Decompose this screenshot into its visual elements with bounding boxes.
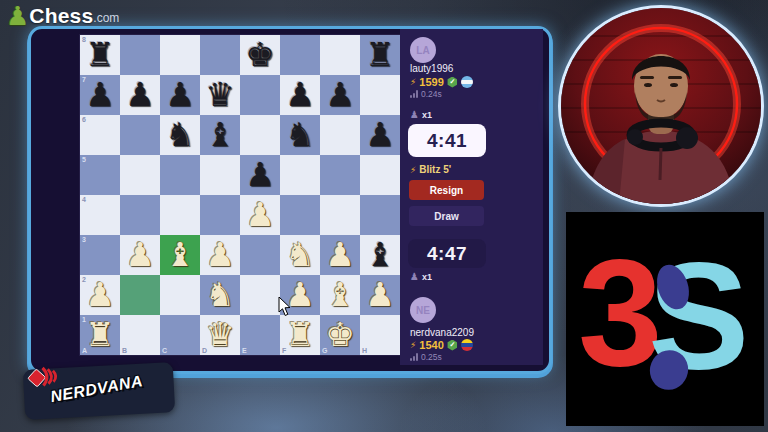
rating-top-player: 1599 — [419, 76, 443, 88]
square-b3[interactable]: ♟ — [120, 235, 160, 275]
avatar-bottom-player[interactable]: NE — [410, 297, 436, 323]
square-e6[interactable] — [240, 115, 280, 155]
square-g1[interactable]: G♚ — [320, 315, 360, 355]
square-h7[interactable] — [360, 75, 400, 115]
piece-white-knight[interactable]: ♞ — [280, 235, 320, 275]
square-g8[interactable] — [320, 35, 360, 75]
piece-black-rook[interactable]: ♜ — [360, 35, 400, 75]
square-h1[interactable]: H — [360, 315, 400, 355]
square-c5[interactable] — [160, 155, 200, 195]
square-d5[interactable] — [200, 155, 240, 195]
square-d6[interactable]: ♝ — [200, 115, 240, 155]
square-f5[interactable] — [280, 155, 320, 195]
square-b6[interactable] — [120, 115, 160, 155]
file-label: C — [162, 347, 167, 354]
square-d7[interactable]: ♛ — [200, 75, 240, 115]
game-panel: 8♜♚♜7♟♟♟♛♟♟6♞♝♞♟5♟4♟3♟♝♟♞♟♝2♟♞♟♝♟1A♜BCD♛… — [28, 26, 552, 374]
captured-pawn-icon: ♟ — [410, 272, 419, 282]
rank-label: 4 — [82, 196, 86, 203]
piece-black-rook[interactable]: ♜ — [80, 35, 120, 75]
avatar-initials: LA — [416, 45, 429, 56]
square-a5[interactable]: 5 — [80, 155, 120, 195]
square-h2[interactable]: ♟ — [360, 275, 400, 315]
sponsor-3s-logo: 3 S — [566, 212, 764, 426]
piece-black-pawn[interactable]: ♟ — [240, 155, 280, 195]
square-b4[interactable] — [120, 195, 160, 235]
game-mode-row: ⚡ Blitz 5' — [410, 164, 451, 175]
piece-black-knight[interactable]: ♞ — [280, 115, 320, 155]
chesscom-logo-suffix: .com — [93, 5, 119, 31]
square-b7[interactable]: ♟ — [120, 75, 160, 115]
square-e7[interactable] — [240, 75, 280, 115]
piece-white-knight[interactable]: ♞ — [200, 275, 240, 315]
rating-bottom-player: 1540 — [419, 339, 443, 351]
square-e2[interactable] — [240, 275, 280, 315]
file-label: H — [362, 347, 367, 354]
square-a3[interactable]: 3 — [80, 235, 120, 275]
clock-bottom-player: 4:47 — [408, 239, 486, 268]
square-h4[interactable] — [360, 195, 400, 235]
square-c3[interactable]: ♝ — [160, 235, 200, 275]
rank-label: 3 — [82, 236, 86, 243]
square-a1[interactable]: 1A♜ — [80, 315, 120, 355]
chesscom-logo-text: Chess — [29, 1, 93, 31]
square-h6[interactable]: ♟ — [360, 115, 400, 155]
piece-white-king[interactable]: ♚ — [320, 315, 360, 355]
square-a6[interactable]: 6 — [80, 115, 120, 155]
avatar-top-player[interactable]: LA — [410, 37, 436, 63]
captured-count-bottom: x1 — [422, 272, 432, 282]
rating-row-top: ⚡ 1599 ✓ — [410, 76, 473, 88]
square-a7[interactable]: 7♟ — [80, 75, 120, 115]
piece-black-pawn[interactable]: ♟ — [120, 75, 160, 115]
square-b2[interactable] — [120, 275, 160, 315]
square-b8[interactable] — [120, 35, 160, 75]
piece-black-king[interactable]: ♚ — [240, 35, 280, 75]
square-d8[interactable] — [200, 35, 240, 75]
piece-black-knight[interactable]: ♞ — [160, 115, 200, 155]
argentina-flag-icon — [461, 76, 473, 88]
chess-board[interactable]: 8♜♚♜7♟♟♟♛♟♟6♞♝♞♟5♟4♟3♟♝♟♞♟♝2♟♞♟♝♟1A♜BCD♛… — [80, 35, 400, 355]
piece-black-pawn[interactable]: ♟ — [320, 75, 360, 115]
square-a8[interactable]: 8♜ — [80, 35, 120, 75]
piece-black-pawn[interactable]: ♟ — [80, 75, 120, 115]
sponsor-nerdvana-logo: NERDVANA — [23, 362, 175, 420]
square-g2[interactable]: ♝ — [320, 275, 360, 315]
square-e3[interactable] — [240, 235, 280, 275]
username-top-player[interactable]: lauty1996 — [410, 63, 453, 74]
clock-top-player: 4:41 — [408, 124, 486, 157]
piece-black-pawn[interactable]: ♟ — [160, 75, 200, 115]
game-mode-label: Blitz 5' — [419, 164, 451, 175]
square-f3[interactable]: ♞ — [280, 235, 320, 275]
square-g7[interactable]: ♟ — [320, 75, 360, 115]
piece-white-queen[interactable]: ♛ — [200, 315, 240, 355]
square-g4[interactable] — [320, 195, 360, 235]
square-f8[interactable] — [280, 35, 320, 75]
captured-count-top: x1 — [422, 110, 432, 120]
square-e4[interactable]: ♟ — [240, 195, 280, 235]
piece-black-bishop[interactable]: ♝ — [200, 115, 240, 155]
square-g5[interactable] — [320, 155, 360, 195]
piece-white-pawn[interactable]: ♟ — [120, 235, 160, 275]
captured-row-bottom: ♟ x1 — [410, 272, 432, 282]
connection-bars-icon — [410, 353, 418, 361]
square-f4[interactable] — [280, 195, 320, 235]
piece-white-pawn[interactable]: ♟ — [240, 195, 280, 235]
player-sidebar: LA lauty1996 ⚡ 1599 ✓ 0.24s ♟ x1 4:41 ⚡ … — [400, 29, 543, 365]
file-label: B — [122, 347, 127, 354]
square-b5[interactable] — [120, 155, 160, 195]
chesscom-logo[interactable]: ♟ Chess .com — [6, 1, 119, 31]
square-h5[interactable] — [360, 155, 400, 195]
lightning-icon: ⚡ — [410, 77, 416, 87]
ping-row-bottom: 0.25s — [410, 352, 442, 362]
nerdvana-text: NERDVANA — [49, 372, 144, 406]
draw-button[interactable]: Draw — [409, 206, 484, 226]
piece-black-bishop[interactable]: ♝ — [360, 235, 400, 275]
square-d4[interactable] — [200, 195, 240, 235]
mouse-cursor — [278, 297, 292, 317]
lightning-icon: ⚡ — [410, 340, 416, 350]
square-d2[interactable]: ♞ — [200, 275, 240, 315]
piece-white-pawn[interactable]: ♟ — [200, 235, 240, 275]
square-h3[interactable]: ♝ — [360, 235, 400, 275]
square-c7[interactable]: ♟ — [160, 75, 200, 115]
square-g6[interactable] — [320, 115, 360, 155]
piece-white-pawn[interactable]: ♟ — [80, 275, 120, 315]
verified-badge-icon: ✓ — [447, 340, 458, 351]
ping-bottom-player: 0.25s — [421, 352, 442, 362]
square-d1[interactable]: D♛ — [200, 315, 240, 355]
piece-white-pawn[interactable]: ♟ — [320, 235, 360, 275]
ping-top-player: 0.24s — [421, 89, 442, 99]
square-c8[interactable] — [160, 35, 200, 75]
square-f1[interactable]: F♜ — [280, 315, 320, 355]
venezuela-flag-icon — [461, 339, 473, 351]
square-e8[interactable]: ♚ — [240, 35, 280, 75]
square-c1[interactable]: C — [160, 315, 200, 355]
square-e5[interactable]: ♟ — [240, 155, 280, 195]
connection-bars-icon — [410, 90, 418, 98]
piece-black-pawn[interactable]: ♟ — [280, 75, 320, 115]
square-d3[interactable]: ♟ — [200, 235, 240, 275]
webcam-feed — [558, 5, 764, 207]
square-b1[interactable]: B — [120, 315, 160, 355]
piece-white-rook[interactable]: ♜ — [280, 315, 320, 355]
piece-white-bishop[interactable]: ♝ — [320, 275, 360, 315]
square-c2[interactable] — [160, 275, 200, 315]
resign-button[interactable]: Resign — [409, 180, 484, 200]
ping-row-top: 0.24s — [410, 89, 442, 99]
file-label: E — [242, 347, 247, 354]
square-f7[interactable]: ♟ — [280, 75, 320, 115]
square-c6[interactable]: ♞ — [160, 115, 200, 155]
rank-label: 5 — [82, 156, 86, 163]
piece-white-pawn[interactable]: ♟ — [360, 275, 400, 315]
blitz-lightning-icon: ⚡ — [410, 165, 416, 175]
square-h8[interactable]: ♜ — [360, 35, 400, 75]
square-c4[interactable] — [160, 195, 200, 235]
rank-label: 6 — [82, 116, 86, 123]
square-f6[interactable]: ♞ — [280, 115, 320, 155]
piece-white-bishop[interactable]: ♝ — [160, 235, 200, 275]
captured-row-top: ♟ x1 — [410, 110, 432, 120]
rating-row-bottom: ⚡ 1540 ✓ — [410, 339, 473, 351]
avatar-initials: NE — [416, 305, 430, 316]
square-a4[interactable]: 4 — [80, 195, 120, 235]
square-e1[interactable]: E — [240, 315, 280, 355]
piece-white-rook[interactable]: ♜ — [80, 315, 120, 355]
piece-black-queen[interactable]: ♛ — [200, 75, 240, 115]
username-bottom-player[interactable]: nerdvana2209 — [410, 327, 474, 338]
chesscom-pawn-icon: ♟ — [6, 1, 29, 31]
square-a2[interactable]: 2♟ — [80, 275, 120, 315]
square-g3[interactable]: ♟ — [320, 235, 360, 275]
captured-pawn-icon: ♟ — [410, 110, 419, 120]
verified-badge-icon: ✓ — [447, 77, 458, 88]
piece-black-pawn[interactable]: ♟ — [360, 115, 400, 155]
